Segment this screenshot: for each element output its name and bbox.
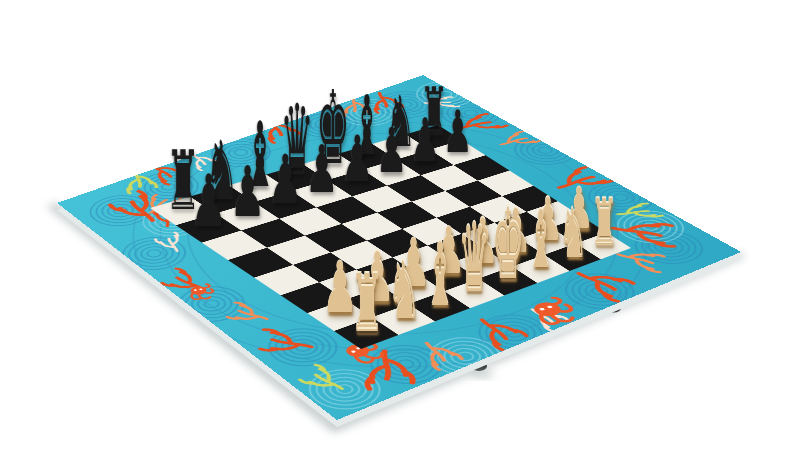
piece-black-pawn-e7[interactable]: ♟ [341, 156, 374, 193]
piece-black-pawn-f7[interactable]: ♟ [376, 146, 408, 182]
piece-black-pawn-c7[interactable]: ♟ [268, 176, 303, 215]
piece-glyph: ♟ [410, 111, 441, 171]
piece-white-bishop-c1[interactable]: ♝ [418, 271, 460, 318]
piece-glyph: ♟ [443, 102, 473, 161]
piece-glyph: ♞ [387, 252, 420, 331]
piece-glyph: ♟ [305, 137, 339, 203]
piece-glyph: ♟ [341, 128, 374, 192]
piece-glyph: ♞ [558, 199, 587, 267]
foot-shadow [470, 370, 494, 378]
piece-glyph: ♜ [590, 190, 617, 254]
piece-glyph: ♟ [230, 156, 266, 226]
piece-black-pawn-g7[interactable]: ♟ [410, 136, 441, 170]
piece-glyph: ♟ [190, 166, 227, 238]
piece-black-pawn-b7[interactable]: ♟ [230, 186, 266, 226]
piece-white-rook-h1[interactable]: ♜ [588, 219, 620, 255]
piece-white-knight-b1[interactable]: ♞ [383, 284, 425, 331]
piece-glyph: ♛ [458, 211, 490, 306]
piece-white-rook-a1[interactable]: ♜ [347, 300, 387, 344]
piece-black-pawn-h7[interactable]: ♟ [443, 127, 473, 161]
piece-black-pawn-a7[interactable]: ♟ [190, 197, 227, 238]
piece-glyph: ♜ [350, 264, 384, 344]
piece-glyph: ♟ [268, 146, 303, 214]
piece-glyph: ♝ [424, 231, 456, 318]
piece-glyph: ♟ [376, 119, 408, 181]
chess-set-photo: ♜♞♝♛♚♝♞♜♟♟♟♟♟♟♟♟♟♟♟♟♟♟♟♟♜♞♝♛♚♝♞♜ [0, 0, 800, 464]
piece-black-pawn-d7[interactable]: ♟ [305, 165, 339, 203]
